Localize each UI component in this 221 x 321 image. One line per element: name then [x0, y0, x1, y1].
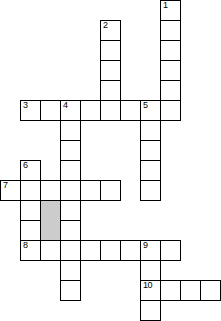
cell-r14-c9[interactable] — [180, 280, 201, 301]
cell-r3-c8[interactable] — [160, 60, 181, 81]
cell-r5-c2[interactable] — [40, 100, 61, 121]
cell-r5-c4[interactable] — [80, 100, 101, 121]
cell-r10-c1[interactable] — [20, 200, 41, 221]
cell-r5-c1[interactable]: 3 — [20, 100, 41, 121]
cell-r12-c7[interactable]: 9 — [140, 240, 161, 261]
shaded-cell-r10-c2[interactable] — [40, 200, 61, 241]
crossword-board: 12345678910 — [0, 0, 221, 321]
cell-r4-c8[interactable] — [160, 80, 181, 101]
cell-r11-c1[interactable] — [20, 220, 41, 241]
cell-r11-c3[interactable] — [60, 220, 81, 241]
cell-r14-c7[interactable]: 10 — [140, 280, 161, 301]
cell-r5-c5[interactable] — [100, 100, 121, 121]
clue-number-1: 1 — [163, 1, 168, 10]
cell-r9-c5[interactable] — [100, 180, 121, 201]
clue-number-4: 4 — [63, 101, 68, 110]
cell-r4-c5[interactable] — [100, 80, 121, 101]
cell-r0-c8[interactable]: 1 — [160, 0, 181, 21]
cell-r12-c6[interactable] — [120, 240, 141, 261]
cell-r14-c8[interactable] — [160, 280, 181, 301]
cell-r8-c1[interactable]: 6 — [20, 160, 41, 181]
clue-number-7: 7 — [3, 181, 8, 190]
cell-r3-c5[interactable] — [100, 60, 121, 81]
clue-number-10: 10 — [143, 281, 152, 290]
cell-r6-c7[interactable] — [140, 120, 161, 141]
cell-r5-c7[interactable]: 5 — [140, 100, 161, 121]
clue-number-6: 6 — [23, 161, 28, 170]
cell-r5-c8[interactable] — [160, 100, 181, 121]
cell-r8-c7[interactable] — [140, 160, 161, 181]
cell-r9-c3[interactable] — [60, 180, 81, 201]
cell-r14-c3[interactable] — [60, 280, 81, 301]
clue-number-5: 5 — [143, 101, 148, 110]
cell-r13-c3[interactable] — [60, 260, 81, 281]
cell-r9-c0[interactable]: 7 — [0, 180, 21, 201]
cell-r12-c2[interactable] — [40, 240, 61, 261]
cell-r10-c3[interactable] — [60, 200, 81, 221]
cell-r5-c3[interactable]: 4 — [60, 100, 81, 121]
cell-r9-c1[interactable] — [20, 180, 41, 201]
cell-r12-c3[interactable] — [60, 240, 81, 261]
cell-r15-c7[interactable] — [140, 300, 161, 321]
cell-r12-c1[interactable]: 8 — [20, 240, 41, 261]
cell-r7-c3[interactable] — [60, 140, 81, 161]
cell-r12-c4[interactable] — [80, 240, 101, 261]
cell-r5-c6[interactable] — [120, 100, 141, 121]
cell-r12-c8[interactable] — [160, 240, 181, 261]
cell-r12-c5[interactable] — [100, 240, 121, 261]
cell-r2-c8[interactable] — [160, 40, 181, 61]
cell-r14-c10[interactable] — [200, 280, 221, 301]
clue-number-8: 8 — [23, 241, 28, 250]
cell-r9-c2[interactable] — [40, 180, 61, 201]
clue-number-9: 9 — [143, 241, 148, 250]
cell-r9-c4[interactable] — [80, 180, 101, 201]
cell-r13-c7[interactable] — [140, 260, 161, 281]
cell-r6-c3[interactable] — [60, 120, 81, 141]
clue-number-2: 2 — [103, 21, 108, 30]
clue-number-3: 3 — [23, 101, 28, 110]
cell-r7-c7[interactable] — [140, 140, 161, 161]
cell-r1-c8[interactable] — [160, 20, 181, 41]
cell-r8-c3[interactable] — [60, 160, 81, 181]
cell-r2-c5[interactable] — [100, 40, 121, 61]
cell-r1-c5[interactable]: 2 — [100, 20, 121, 41]
cell-r9-c7[interactable] — [140, 180, 161, 201]
